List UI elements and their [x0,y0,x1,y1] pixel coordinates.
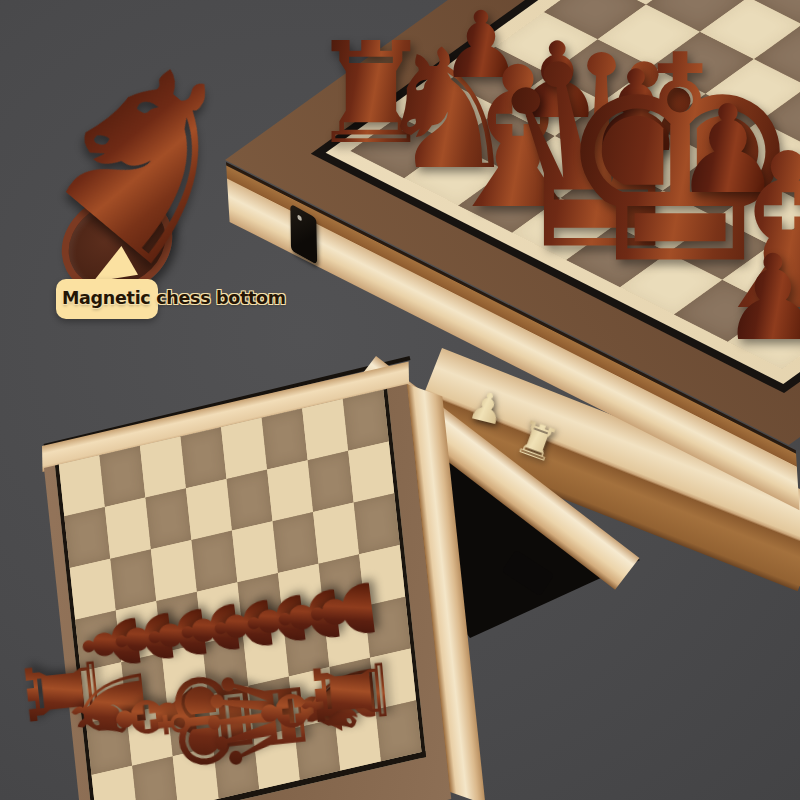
board-square [110,549,156,610]
board-square [313,503,359,564]
board-square [308,451,354,512]
rook-piece: ♜ [301,646,403,739]
board-square [354,493,400,554]
knight-piece: ♞ [0,0,308,315]
board-square [232,521,278,582]
board-square [302,399,348,460]
board-square [221,418,267,479]
board-square [262,408,308,469]
callout-label: Magnetic chess bottom [62,288,286,308]
board-square [105,498,151,559]
board-square [145,488,191,549]
board-square [273,512,319,573]
board-square [227,470,273,531]
metal-hinge [502,550,555,597]
pawn-piece: ♟ [720,239,800,357]
board-square [99,446,145,507]
board-square [191,531,237,592]
board-square [267,460,313,521]
metal-clasp-latch [290,203,317,265]
board-square [186,479,232,540]
board-square [64,507,110,568]
board-square [151,540,197,601]
board-square [343,390,389,451]
board-square [181,427,227,488]
board-square [59,455,105,516]
pawn-piece: ♟ [297,568,390,653]
board-square [348,441,394,502]
board-square [140,437,186,498]
